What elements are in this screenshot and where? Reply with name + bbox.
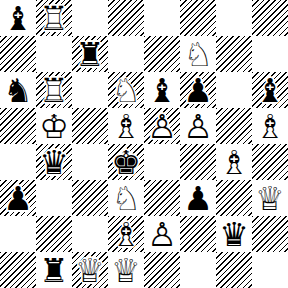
piece-black-bishop: ♝ — [252, 72, 288, 108]
piece-white-queen: ♛♕ — [108, 252, 144, 288]
square-d8[interactable] — [108, 0, 144, 36]
square-a7[interactable] — [0, 36, 36, 72]
piece-black-rook: ♜ — [72, 36, 108, 72]
square-e8[interactable] — [144, 0, 180, 36]
square-b1[interactable]: ♜ — [36, 252, 72, 288]
square-h7[interactable] — [252, 36, 288, 72]
piece-outline-layer: ♗ — [216, 144, 252, 180]
square-d4[interactable]: ♚ — [108, 144, 144, 180]
square-a1[interactable] — [0, 252, 36, 288]
square-b6[interactable]: ♜♖ — [36, 72, 72, 108]
square-d6[interactable]: ♞♘ — [108, 72, 144, 108]
square-h4[interactable] — [252, 144, 288, 180]
piece-outline-layer: ♙ — [180, 108, 216, 144]
piece-outline-layer: ♗ — [252, 108, 288, 144]
square-g3[interactable] — [216, 180, 252, 216]
square-c7[interactable]: ♜ — [72, 36, 108, 72]
square-c5[interactable] — [72, 108, 108, 144]
piece-white-pawn: ♟♙ — [144, 108, 180, 144]
piece-white-king: ♚♔ — [36, 108, 72, 144]
square-a8[interactable]: ♝ — [0, 0, 36, 36]
square-c4[interactable] — [72, 144, 108, 180]
square-f4[interactable] — [180, 144, 216, 180]
square-a5[interactable] — [0, 108, 36, 144]
piece-outline-layer: ♗ — [108, 108, 144, 144]
piece-outline-layer: ♖ — [36, 72, 72, 108]
piece-black-king: ♚ — [108, 144, 144, 180]
chess-board: ♝♜♖♜♞♘♞♜♖♞♘♝♟♝♚♔♝♗♟♙♟♙♝♗♛♚♝♗♟♞♘♟♛♕♝♗♟♙♛♜… — [0, 0, 288, 288]
piece-outline-layer: ♗ — [108, 216, 144, 252]
square-d7[interactable] — [108, 36, 144, 72]
square-b4[interactable]: ♛ — [36, 144, 72, 180]
square-c2[interactable] — [72, 216, 108, 252]
square-g2[interactable]: ♛ — [216, 216, 252, 252]
square-b7[interactable] — [36, 36, 72, 72]
square-f1[interactable] — [180, 252, 216, 288]
piece-outline-layer: ♘ — [108, 180, 144, 216]
piece-white-knight: ♞♘ — [180, 36, 216, 72]
piece-black-queen: ♛ — [36, 144, 72, 180]
piece-outline-layer: ♙ — [144, 108, 180, 144]
square-e6[interactable]: ♝ — [144, 72, 180, 108]
square-f3[interactable]: ♟ — [180, 180, 216, 216]
piece-outline-layer: ♕ — [252, 180, 288, 216]
piece-white-bishop: ♝♗ — [108, 108, 144, 144]
piece-white-knight: ♞♘ — [108, 180, 144, 216]
piece-black-knight: ♞ — [0, 72, 36, 108]
square-b8[interactable]: ♜♖ — [36, 0, 72, 36]
square-e7[interactable] — [144, 36, 180, 72]
piece-outline-layer: ♔ — [36, 108, 72, 144]
square-h1[interactable] — [252, 252, 288, 288]
square-e3[interactable] — [144, 180, 180, 216]
piece-black-pawn: ♟ — [0, 180, 36, 216]
piece-white-bishop: ♝♗ — [252, 108, 288, 144]
piece-black-queen: ♛ — [216, 216, 252, 252]
square-h2[interactable] — [252, 216, 288, 252]
square-d1[interactable]: ♛♕ — [108, 252, 144, 288]
square-g6[interactable] — [216, 72, 252, 108]
square-c8[interactable] — [72, 0, 108, 36]
square-g1[interactable] — [216, 252, 252, 288]
piece-white-bishop: ♝♗ — [216, 144, 252, 180]
piece-outline-layer: ♘ — [108, 72, 144, 108]
square-h3[interactable]: ♛♕ — [252, 180, 288, 216]
square-a3[interactable]: ♟ — [0, 180, 36, 216]
square-a4[interactable] — [0, 144, 36, 180]
square-f6[interactable]: ♟ — [180, 72, 216, 108]
piece-white-bishop: ♝♗ — [108, 216, 144, 252]
square-f5[interactable]: ♟♙ — [180, 108, 216, 144]
piece-black-bishop: ♝ — [144, 72, 180, 108]
square-e4[interactable] — [144, 144, 180, 180]
piece-white-rook: ♜♖ — [36, 0, 72, 36]
square-h5[interactable]: ♝♗ — [252, 108, 288, 144]
square-d3[interactable]: ♞♘ — [108, 180, 144, 216]
square-c6[interactable] — [72, 72, 108, 108]
piece-white-knight: ♞♘ — [108, 72, 144, 108]
piece-black-bishop: ♝ — [0, 0, 36, 36]
square-a2[interactable] — [0, 216, 36, 252]
square-d5[interactable]: ♝♗ — [108, 108, 144, 144]
square-g7[interactable] — [216, 36, 252, 72]
piece-outline-layer: ♕ — [108, 252, 144, 288]
square-b5[interactable]: ♚♔ — [36, 108, 72, 144]
piece-black-rook: ♜ — [36, 252, 72, 288]
square-e2[interactable]: ♟♙ — [144, 216, 180, 252]
piece-outline-layer: ♙ — [144, 216, 180, 252]
square-c1[interactable]: ♛♕ — [72, 252, 108, 288]
square-h6[interactable]: ♝ — [252, 72, 288, 108]
square-b2[interactable] — [36, 216, 72, 252]
square-g5[interactable] — [216, 108, 252, 144]
square-f7[interactable]: ♞♘ — [180, 36, 216, 72]
piece-outline-layer: ♖ — [36, 0, 72, 36]
piece-white-pawn: ♟♙ — [180, 108, 216, 144]
square-e5[interactable]: ♟♙ — [144, 108, 180, 144]
piece-black-pawn: ♟ — [180, 180, 216, 216]
square-g8[interactable] — [216, 0, 252, 36]
square-e1[interactable] — [144, 252, 180, 288]
piece-outline-layer: ♕ — [72, 252, 108, 288]
square-a6[interactable]: ♞ — [0, 72, 36, 108]
piece-white-queen: ♛♕ — [252, 180, 288, 216]
square-f2[interactable] — [180, 216, 216, 252]
piece-black-pawn: ♟ — [180, 72, 216, 108]
square-h8[interactable] — [252, 0, 288, 36]
piece-outline-layer: ♘ — [180, 36, 216, 72]
square-d2[interactable]: ♝♗ — [108, 216, 144, 252]
square-f8[interactable] — [180, 0, 216, 36]
square-c3[interactable] — [72, 180, 108, 216]
piece-white-rook: ♜♖ — [36, 72, 72, 108]
piece-white-queen: ♛♕ — [72, 252, 108, 288]
square-g4[interactable]: ♝♗ — [216, 144, 252, 180]
square-b3[interactable] — [36, 180, 72, 216]
piece-white-pawn: ♟♙ — [144, 216, 180, 252]
